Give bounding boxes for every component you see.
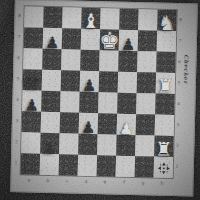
square-f6[interactable] — [118, 51, 138, 72]
white-king-e7: ♚ — [99, 29, 120, 52]
file-label: a — [19, 177, 38, 182]
square-e7[interactable]: ♚ — [100, 29, 120, 50]
rank-label: 6 — [15, 47, 22, 68]
square-e5[interactable] — [99, 71, 119, 92]
square-a8[interactable] — [24, 6, 44, 27]
file-label: c — [57, 178, 76, 183]
square-e8[interactable] — [100, 8, 120, 29]
rank-label: 4 — [175, 93, 182, 114]
square-e3[interactable] — [98, 113, 118, 134]
rank-label: 7 — [16, 26, 23, 47]
square-g4[interactable] — [136, 93, 156, 114]
square-f1[interactable] — [116, 156, 136, 177]
rank-label: 5 — [176, 72, 183, 93]
square-c8[interactable] — [62, 7, 82, 28]
square-b5[interactable] — [42, 70, 62, 91]
square-c4[interactable] — [60, 91, 80, 112]
square-h7[interactable] — [157, 31, 177, 52]
square-a6[interactable] — [23, 48, 43, 69]
rank-label: 1 — [13, 152, 20, 173]
square-e2[interactable] — [97, 134, 117, 155]
square-b3[interactable] — [41, 112, 61, 133]
square-a3[interactable] — [22, 111, 42, 132]
square-g8[interactable] — [138, 9, 158, 30]
rank-label: 3 — [175, 114, 182, 135]
square-a7[interactable] — [24, 27, 44, 48]
square-d6[interactable] — [80, 50, 100, 71]
square-c2[interactable] — [59, 133, 79, 154]
square-b8[interactable] — [43, 7, 63, 28]
rank-label: 2 — [174, 135, 181, 156]
square-a2[interactable] — [21, 132, 41, 153]
file-label: e — [95, 179, 114, 184]
square-f5[interactable] — [118, 72, 138, 93]
square-c7[interactable] — [62, 28, 82, 49]
file-label: d — [76, 179, 95, 184]
rank-label: 2 — [13, 131, 20, 152]
square-c3[interactable] — [60, 112, 80, 133]
square-f2[interactable] — [116, 135, 136, 156]
square-d5[interactable]: ♟ — [80, 71, 100, 92]
file-label: b — [38, 178, 57, 183]
rank-label: 7 — [177, 30, 184, 51]
rank-label: 8 — [16, 5, 23, 26]
square-e6[interactable] — [99, 50, 119, 71]
square-a1[interactable] — [21, 153, 41, 174]
square-b7[interactable]: ♟ — [43, 28, 63, 49]
square-c1[interactable] — [59, 154, 79, 175]
square-h1[interactable] — [154, 157, 174, 178]
square-d2[interactable] — [78, 134, 98, 155]
square-b4[interactable] — [41, 91, 61, 112]
photo-background: ♝♞♟♚♟♚♟♜♟♟♟♟♜ 87654321 87654321 abcdefgh… — [0, 0, 200, 200]
rank-label: 3 — [14, 110, 21, 131]
board-brand-text: Checker — [182, 54, 190, 124]
square-h6[interactable] — [156, 52, 176, 73]
square-d3[interactable]: ♟ — [79, 113, 99, 134]
rank-label: 8 — [177, 9, 184, 30]
square-f4[interactable] — [117, 93, 137, 114]
rank-label: 1 — [174, 156, 181, 177]
square-a4[interactable]: ♟ — [22, 90, 42, 111]
square-h8[interactable]: ♞ — [157, 10, 177, 31]
square-g2[interactable] — [135, 135, 155, 156]
square-e1[interactable] — [97, 155, 117, 176]
square-g3[interactable] — [136, 114, 156, 135]
square-g5[interactable] — [137, 72, 157, 93]
square-d8[interactable]: ♝ — [81, 8, 101, 29]
chess-board: ♝♞♟♚♟♚♟♜♟♟♟♟♜ — [20, 5, 178, 179]
square-b2[interactable]: ♟ — [40, 133, 60, 154]
square-f7[interactable]: ♟ — [119, 30, 139, 51]
rank-label: 5 — [15, 68, 22, 89]
square-b6[interactable] — [42, 49, 62, 70]
square-e4[interactable] — [98, 92, 118, 113]
square-c5[interactable] — [61, 70, 81, 91]
rank-label: 6 — [176, 51, 183, 72]
square-c6[interactable] — [61, 49, 81, 70]
file-label: f — [114, 180, 133, 185]
square-b1[interactable] — [40, 154, 60, 175]
square-g1[interactable] — [135, 156, 155, 177]
file-label: h — [152, 181, 171, 186]
square-g7[interactable] — [138, 30, 158, 51]
square-f3[interactable]: ♟ — [117, 114, 137, 135]
square-a5[interactable]: ♚ — [23, 69, 43, 90]
square-d4[interactable] — [79, 92, 99, 113]
square-h4[interactable] — [155, 94, 175, 115]
square-d1[interactable] — [78, 155, 98, 176]
file-label: g — [133, 180, 152, 185]
black-king-a5: ♚ — [22, 69, 43, 92]
square-g6[interactable] — [137, 51, 157, 72]
chess-board-mat: ♝♞♟♚♟♚♟♜♟♟♟♟♜ 87654321 87654321 abcdefgh… — [10, 0, 198, 197]
board-logo-emblem — [157, 162, 170, 175]
square-h2[interactable]: ♜ — [154, 136, 174, 157]
square-d7[interactable] — [81, 29, 101, 50]
file-labels-bottom: abcdefgh — [19, 177, 171, 186]
square-h5[interactable]: ♜ — [156, 73, 176, 94]
square-h3[interactable] — [155, 115, 175, 136]
rank-label: 4 — [14, 89, 21, 110]
square-f8[interactable] — [119, 9, 139, 30]
